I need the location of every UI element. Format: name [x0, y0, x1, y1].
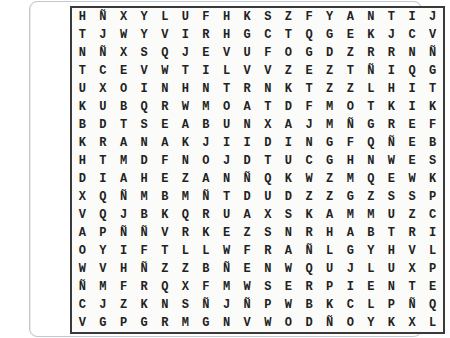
- cell-r4c3[interactable]: E: [113, 62, 134, 80]
- cell-r9c16[interactable]: W: [381, 152, 402, 170]
- cell-r3c7[interactable]: E: [196, 44, 217, 62]
- cell-r3c12[interactable]: G: [299, 44, 320, 62]
- cell-r15c2[interactable]: V: [93, 260, 114, 278]
- cell-r4c15[interactable]: Ñ: [361, 62, 382, 80]
- cell-r10c6[interactable]: Z: [175, 170, 196, 188]
- cell-r12c15[interactable]: M: [361, 206, 382, 224]
- cell-r10c4[interactable]: H: [134, 170, 155, 188]
- cell-r13c6[interactable]: R: [175, 224, 196, 242]
- cell-r3c14[interactable]: Z: [340, 44, 361, 62]
- cell-r7c15[interactable]: G: [361, 116, 382, 134]
- cell-r3c3[interactable]: X: [113, 44, 134, 62]
- cell-r7c13[interactable]: M: [319, 116, 340, 134]
- cell-r5c9[interactable]: R: [237, 80, 258, 98]
- cell-r18c12[interactable]: D: [299, 314, 320, 332]
- cell-r13c16[interactable]: T: [381, 224, 402, 242]
- cell-r13c18[interactable]: I: [422, 224, 443, 242]
- cell-r7c16[interactable]: R: [381, 116, 402, 134]
- cell-r17c11[interactable]: W: [278, 296, 299, 314]
- cell-r7c12[interactable]: J: [299, 116, 320, 134]
- cell-r13c3[interactable]: Ñ: [113, 224, 134, 242]
- cell-r2c6[interactable]: I: [175, 26, 196, 44]
- cell-r15c12[interactable]: Q: [299, 260, 320, 278]
- cell-r16c11[interactable]: E: [278, 278, 299, 296]
- cell-r13c8[interactable]: E: [216, 224, 237, 242]
- cell-r14c18[interactable]: L: [422, 242, 443, 260]
- cell-r16c6[interactable]: X: [175, 278, 196, 296]
- cell-r9c2[interactable]: T: [93, 152, 114, 170]
- cell-r7c7[interactable]: B: [196, 116, 217, 134]
- cell-r3c6[interactable]: J: [175, 44, 196, 62]
- cell-r15c16[interactable]: U: [381, 260, 402, 278]
- cell-r12c12[interactable]: K: [299, 206, 320, 224]
- cell-r8c8[interactable]: I: [216, 134, 237, 152]
- cell-r1c6[interactable]: U: [175, 8, 196, 26]
- cell-r17c15[interactable]: L: [361, 296, 382, 314]
- cell-r14c2[interactable]: Y: [93, 242, 114, 260]
- cell-r7c3[interactable]: T: [113, 116, 134, 134]
- cell-r3c17[interactable]: N: [402, 44, 423, 62]
- cell-r13c15[interactable]: B: [361, 224, 382, 242]
- cell-r13c17[interactable]: R: [402, 224, 423, 242]
- cell-r6c17[interactable]: I: [402, 98, 423, 116]
- cell-r7c17[interactable]: E: [402, 116, 423, 134]
- cell-r2c16[interactable]: J: [381, 26, 402, 44]
- cell-r9c3[interactable]: M: [113, 152, 134, 170]
- cell-r18c18[interactable]: L: [422, 314, 443, 332]
- cell-r3c11[interactable]: O: [278, 44, 299, 62]
- cell-r1c7[interactable]: F: [196, 8, 217, 26]
- cell-r4c16[interactable]: I: [381, 62, 402, 80]
- cell-r4c5[interactable]: W: [154, 62, 175, 80]
- cell-r17c3[interactable]: Z: [113, 296, 134, 314]
- cell-r8c16[interactable]: Ñ: [381, 134, 402, 152]
- cell-r18c7[interactable]: G: [196, 314, 217, 332]
- cell-r12c14[interactable]: M: [340, 206, 361, 224]
- cell-r15c11[interactable]: W: [278, 260, 299, 278]
- cell-r12c6[interactable]: Q: [175, 206, 196, 224]
- cell-r13c1[interactable]: A: [72, 224, 93, 242]
- cell-r10c8[interactable]: N: [216, 170, 237, 188]
- cell-r5c15[interactable]: L: [361, 80, 382, 98]
- cell-r5c13[interactable]: Z: [319, 80, 340, 98]
- cell-r17c6[interactable]: S: [175, 296, 196, 314]
- cell-r3c2[interactable]: Ñ: [93, 44, 114, 62]
- cell-r2c10[interactable]: C: [257, 26, 278, 44]
- cell-r8c10[interactable]: D: [257, 134, 278, 152]
- cell-r3c10[interactable]: F: [257, 44, 278, 62]
- cell-r1c1[interactable]: H: [72, 8, 93, 26]
- cell-r8c4[interactable]: N: [134, 134, 155, 152]
- cell-r5c12[interactable]: T: [299, 80, 320, 98]
- cell-r18c8[interactable]: N: [216, 314, 237, 332]
- cell-r6c10[interactable]: T: [257, 98, 278, 116]
- cell-r18c6[interactable]: M: [175, 314, 196, 332]
- cell-r17c8[interactable]: J: [216, 296, 237, 314]
- cell-r9c8[interactable]: J: [216, 152, 237, 170]
- cell-r5c4[interactable]: I: [134, 80, 155, 98]
- cell-r18c11[interactable]: O: [278, 314, 299, 332]
- cell-r3c1[interactable]: N: [72, 44, 93, 62]
- cell-r15c5[interactable]: Z: [154, 260, 175, 278]
- cell-r1c10[interactable]: S: [257, 8, 278, 26]
- cell-r6c15[interactable]: T: [361, 98, 382, 116]
- cell-r18c5[interactable]: R: [154, 314, 175, 332]
- cell-r5c17[interactable]: I: [402, 80, 423, 98]
- cell-r11c6[interactable]: M: [175, 188, 196, 206]
- cell-r14c14[interactable]: G: [340, 242, 361, 260]
- cell-r8c3[interactable]: A: [113, 134, 134, 152]
- cell-r18c10[interactable]: W: [257, 314, 278, 332]
- cell-r13c13[interactable]: H: [319, 224, 340, 242]
- cell-r4c13[interactable]: Z: [319, 62, 340, 80]
- cell-r4c18[interactable]: G: [422, 62, 443, 80]
- cell-r5c11[interactable]: K: [278, 80, 299, 98]
- cell-r2c9[interactable]: G: [237, 26, 258, 44]
- cell-r6c7[interactable]: M: [196, 98, 217, 116]
- cell-r18c13[interactable]: Ñ: [319, 314, 340, 332]
- cell-r5c5[interactable]: N: [154, 80, 175, 98]
- cell-r1c8[interactable]: H: [216, 8, 237, 26]
- cell-r9c9[interactable]: D: [237, 152, 258, 170]
- cell-r7c8[interactable]: U: [216, 116, 237, 134]
- cell-r14c8[interactable]: W: [216, 242, 237, 260]
- cell-r13c10[interactable]: S: [257, 224, 278, 242]
- cell-r15c3[interactable]: H: [113, 260, 134, 278]
- cell-r8c14[interactable]: F: [340, 134, 361, 152]
- cell-r1c18[interactable]: J: [422, 8, 443, 26]
- cell-r7c4[interactable]: S: [134, 116, 155, 134]
- cell-r12c16[interactable]: U: [381, 206, 402, 224]
- cell-r10c12[interactable]: W: [299, 170, 320, 188]
- cell-r17c2[interactable]: J: [93, 296, 114, 314]
- cell-r18c2[interactable]: G: [93, 314, 114, 332]
- cell-r2c2[interactable]: J: [93, 26, 114, 44]
- cell-r1c12[interactable]: F: [299, 8, 320, 26]
- cell-r1c15[interactable]: N: [361, 8, 382, 26]
- cell-r4c6[interactable]: T: [175, 62, 196, 80]
- cell-r6c9[interactable]: A: [237, 98, 258, 116]
- cell-r15c6[interactable]: Z: [175, 260, 196, 278]
- cell-r13c9[interactable]: Z: [237, 224, 258, 242]
- cell-r5c10[interactable]: N: [257, 80, 278, 98]
- cell-r12c18[interactable]: C: [422, 206, 443, 224]
- cell-r10c1[interactable]: D: [72, 170, 93, 188]
- cell-r12c13[interactable]: A: [319, 206, 340, 224]
- cell-r3c4[interactable]: S: [134, 44, 155, 62]
- cell-r9c4[interactable]: D: [134, 152, 155, 170]
- cell-r18c17[interactable]: X: [402, 314, 423, 332]
- cell-r13c2[interactable]: P: [93, 224, 114, 242]
- cell-r4c7[interactable]: I: [196, 62, 217, 80]
- cell-r14c3[interactable]: I: [113, 242, 134, 260]
- cell-r10c13[interactable]: Z: [319, 170, 340, 188]
- cell-r2c4[interactable]: Y: [134, 26, 155, 44]
- cell-r9c11[interactable]: U: [278, 152, 299, 170]
- cell-r10c10[interactable]: Q: [257, 170, 278, 188]
- cell-r18c14[interactable]: O: [340, 314, 361, 332]
- cell-r9c14[interactable]: H: [340, 152, 361, 170]
- cell-r8c12[interactable]: N: [299, 134, 320, 152]
- cell-r17c1[interactable]: C: [72, 296, 93, 314]
- cell-r18c3[interactable]: P: [113, 314, 134, 332]
- cell-r4c9[interactable]: V: [237, 62, 258, 80]
- cell-r6c3[interactable]: B: [113, 98, 134, 116]
- cell-r7c1[interactable]: B: [72, 116, 93, 134]
- cell-r1c16[interactable]: T: [381, 8, 402, 26]
- cell-r10c11[interactable]: K: [278, 170, 299, 188]
- cell-r8c9[interactable]: I: [237, 134, 258, 152]
- cell-r6c18[interactable]: K: [422, 98, 443, 116]
- cell-r15c4[interactable]: Ñ: [134, 260, 155, 278]
- cell-r10c18[interactable]: K: [422, 170, 443, 188]
- cell-r2c13[interactable]: G: [319, 26, 340, 44]
- cell-r12c3[interactable]: J: [113, 206, 134, 224]
- cell-r16c10[interactable]: S: [257, 278, 278, 296]
- cell-r4c2[interactable]: C: [93, 62, 114, 80]
- cell-r6c14[interactable]: O: [340, 98, 361, 116]
- cell-r18c16[interactable]: K: [381, 314, 402, 332]
- cell-r2c14[interactable]: E: [340, 26, 361, 44]
- cell-r10c2[interactable]: I: [93, 170, 114, 188]
- cell-r1c4[interactable]: Y: [134, 8, 155, 26]
- cell-r5c18[interactable]: T: [422, 80, 443, 98]
- cell-r9c7[interactable]: O: [196, 152, 217, 170]
- cell-r16c8[interactable]: M: [216, 278, 237, 296]
- cell-r7c6[interactable]: A: [175, 116, 196, 134]
- cell-r15c8[interactable]: Ñ: [216, 260, 237, 278]
- cell-r16c14[interactable]: I: [340, 278, 361, 296]
- cell-r14c11[interactable]: A: [278, 242, 299, 260]
- cell-r15c14[interactable]: J: [340, 260, 361, 278]
- cell-r4c11[interactable]: Z: [278, 62, 299, 80]
- cell-r2c12[interactable]: Q: [299, 26, 320, 44]
- cell-r1c9[interactable]: K: [237, 8, 258, 26]
- cell-r17c13[interactable]: K: [319, 296, 340, 314]
- cell-r18c9[interactable]: V: [237, 314, 258, 332]
- cell-r11c5[interactable]: B: [154, 188, 175, 206]
- cell-r16c15[interactable]: E: [361, 278, 382, 296]
- cell-r14c16[interactable]: H: [381, 242, 402, 260]
- cell-r11c16[interactable]: S: [381, 188, 402, 206]
- cell-r14c9[interactable]: F: [237, 242, 258, 260]
- cell-r6c16[interactable]: K: [381, 98, 402, 116]
- cell-r14c13[interactable]: L: [319, 242, 340, 260]
- cell-r2c8[interactable]: H: [216, 26, 237, 44]
- cell-r9c5[interactable]: F: [154, 152, 175, 170]
- cell-r2c17[interactable]: C: [402, 26, 423, 44]
- cell-r14c6[interactable]: L: [175, 242, 196, 260]
- cell-r10c17[interactable]: W: [402, 170, 423, 188]
- cell-r18c4[interactable]: G: [134, 314, 155, 332]
- cell-r12c4[interactable]: B: [134, 206, 155, 224]
- cell-r1c11[interactable]: Z: [278, 8, 299, 26]
- cell-r15c10[interactable]: N: [257, 260, 278, 278]
- cell-r3c9[interactable]: U: [237, 44, 258, 62]
- cell-r15c18[interactable]: P: [422, 260, 443, 278]
- cell-r1c17[interactable]: I: [402, 8, 423, 26]
- cell-r6c4[interactable]: Q: [134, 98, 155, 116]
- cell-r10c14[interactable]: M: [340, 170, 361, 188]
- cell-r13c4[interactable]: Ñ: [134, 224, 155, 242]
- cell-r13c5[interactable]: V: [154, 224, 175, 242]
- cell-r7c10[interactable]: X: [257, 116, 278, 134]
- cell-r14c12[interactable]: Ñ: [299, 242, 320, 260]
- cell-r17c14[interactable]: C: [340, 296, 361, 314]
- cell-r6c8[interactable]: O: [216, 98, 237, 116]
- cell-r6c1[interactable]: K: [72, 98, 93, 116]
- cell-r15c15[interactable]: L: [361, 260, 382, 278]
- cell-r9c6[interactable]: N: [175, 152, 196, 170]
- cell-r1c5[interactable]: L: [154, 8, 175, 26]
- cell-r13c7[interactable]: K: [196, 224, 217, 242]
- cell-r9c17[interactable]: E: [402, 152, 423, 170]
- cell-r15c9[interactable]: E: [237, 260, 258, 278]
- cell-r11c18[interactable]: P: [422, 188, 443, 206]
- cell-r17c5[interactable]: N: [154, 296, 175, 314]
- cell-r8c5[interactable]: A: [154, 134, 175, 152]
- cell-r15c7[interactable]: B: [196, 260, 217, 278]
- cell-r1c14[interactable]: A: [340, 8, 361, 26]
- cell-r9c13[interactable]: G: [319, 152, 340, 170]
- cell-r11c1[interactable]: X: [72, 188, 93, 206]
- cell-r12c2[interactable]: Q: [93, 206, 114, 224]
- cell-r12c1[interactable]: V: [72, 206, 93, 224]
- cell-r4c14[interactable]: T: [340, 62, 361, 80]
- cell-r5c6[interactable]: H: [175, 80, 196, 98]
- cell-r14c4[interactable]: F: [134, 242, 155, 260]
- cell-r15c1[interactable]: W: [72, 260, 93, 278]
- cell-r1c3[interactable]: X: [113, 8, 134, 26]
- cell-r2c1[interactable]: T: [72, 26, 93, 44]
- cell-r10c3[interactable]: A: [113, 170, 134, 188]
- cell-r16c4[interactable]: R: [134, 278, 155, 296]
- cell-r9c10[interactable]: T: [257, 152, 278, 170]
- cell-r16c18[interactable]: E: [422, 278, 443, 296]
- cell-r17c12[interactable]: B: [299, 296, 320, 314]
- cell-r17c17[interactable]: Ñ: [402, 296, 423, 314]
- cell-r12c5[interactable]: K: [154, 206, 175, 224]
- cell-r2c5[interactable]: V: [154, 26, 175, 44]
- cell-r1c13[interactable]: Y: [319, 8, 340, 26]
- cell-r12c9[interactable]: A: [237, 206, 258, 224]
- cell-r16c16[interactable]: N: [381, 278, 402, 296]
- cell-r4c17[interactable]: Q: [402, 62, 423, 80]
- cell-r10c15[interactable]: Q: [361, 170, 382, 188]
- cell-r8c6[interactable]: K: [175, 134, 196, 152]
- cell-r8c15[interactable]: Q: [361, 134, 382, 152]
- cell-r4c1[interactable]: T: [72, 62, 93, 80]
- cell-r16c9[interactable]: W: [237, 278, 258, 296]
- cell-r2c3[interactable]: W: [113, 26, 134, 44]
- cell-r16c7[interactable]: F: [196, 278, 217, 296]
- cell-r16c12[interactable]: R: [299, 278, 320, 296]
- cell-r14c10[interactable]: R: [257, 242, 278, 260]
- cell-r11c12[interactable]: Z: [299, 188, 320, 206]
- cell-r13c11[interactable]: N: [278, 224, 299, 242]
- cell-r12c10[interactable]: X: [257, 206, 278, 224]
- cell-r16c1[interactable]: Ñ: [72, 278, 93, 296]
- cell-r7c9[interactable]: N: [237, 116, 258, 134]
- cell-r6c6[interactable]: W: [175, 98, 196, 116]
- cell-r18c1[interactable]: V: [72, 314, 93, 332]
- cell-r10c9[interactable]: Ñ: [237, 170, 258, 188]
- cell-r11c14[interactable]: G: [340, 188, 361, 206]
- cell-r11c10[interactable]: U: [257, 188, 278, 206]
- cell-r3c8[interactable]: V: [216, 44, 237, 62]
- cell-r12c17[interactable]: Z: [402, 206, 423, 224]
- cell-r16c17[interactable]: T: [402, 278, 423, 296]
- cell-r7c14[interactable]: Ñ: [340, 116, 361, 134]
- cell-r11c11[interactable]: D: [278, 188, 299, 206]
- cell-r11c9[interactable]: D: [237, 188, 258, 206]
- cell-r8c11[interactable]: I: [278, 134, 299, 152]
- cell-r5c3[interactable]: O: [113, 80, 134, 98]
- cell-r11c15[interactable]: Z: [361, 188, 382, 206]
- cell-r14c1[interactable]: O: [72, 242, 93, 260]
- cell-r5c1[interactable]: U: [72, 80, 93, 98]
- cell-r11c8[interactable]: T: [216, 188, 237, 206]
- cell-r3c15[interactable]: R: [361, 44, 382, 62]
- cell-r8c17[interactable]: E: [402, 134, 423, 152]
- cell-r10c5[interactable]: E: [154, 170, 175, 188]
- cell-r16c5[interactable]: Q: [154, 278, 175, 296]
- cell-r16c3[interactable]: F: [113, 278, 134, 296]
- cell-r10c7[interactable]: A: [196, 170, 217, 188]
- cell-r2c11[interactable]: T: [278, 26, 299, 44]
- cell-r5c14[interactable]: Z: [340, 80, 361, 98]
- cell-r2c15[interactable]: K: [361, 26, 382, 44]
- cell-r10c16[interactable]: E: [381, 170, 402, 188]
- cell-r9c18[interactable]: S: [422, 152, 443, 170]
- cell-r5c8[interactable]: T: [216, 80, 237, 98]
- cell-r9c15[interactable]: N: [361, 152, 382, 170]
- cell-r4c12[interactable]: E: [299, 62, 320, 80]
- cell-r14c7[interactable]: L: [196, 242, 217, 260]
- cell-r13c14[interactable]: A: [340, 224, 361, 242]
- cell-r1c2[interactable]: Ñ: [93, 8, 114, 26]
- cell-r6c12[interactable]: F: [299, 98, 320, 116]
- cell-r6c5[interactable]: R: [154, 98, 175, 116]
- cell-r3c18[interactable]: Ñ: [422, 44, 443, 62]
- cell-r8c13[interactable]: G: [319, 134, 340, 152]
- cell-r5c16[interactable]: H: [381, 80, 402, 98]
- cell-r12c11[interactable]: S: [278, 206, 299, 224]
- cell-r3c16[interactable]: R: [381, 44, 402, 62]
- cell-r14c17[interactable]: V: [402, 242, 423, 260]
- cell-r4c4[interactable]: V: [134, 62, 155, 80]
- cell-r9c12[interactable]: C: [299, 152, 320, 170]
- cell-r5c2[interactable]: X: [93, 80, 114, 98]
- cell-r17c7[interactable]: Ñ: [196, 296, 217, 314]
- cell-r7c5[interactable]: E: [154, 116, 175, 134]
- cell-r7c11[interactable]: A: [278, 116, 299, 134]
- cell-r11c17[interactable]: S: [402, 188, 423, 206]
- cell-r16c2[interactable]: M: [93, 278, 114, 296]
- cell-r11c13[interactable]: Z: [319, 188, 340, 206]
- cell-r17c16[interactable]: P: [381, 296, 402, 314]
- cell-r4c10[interactable]: V: [257, 62, 278, 80]
- cell-r7c18[interactable]: F: [422, 116, 443, 134]
- cell-r8c2[interactable]: R: [93, 134, 114, 152]
- cell-r3c13[interactable]: D: [319, 44, 340, 62]
- cell-r15c17[interactable]: X: [402, 260, 423, 278]
- cell-r14c5[interactable]: T: [154, 242, 175, 260]
- cell-r8c7[interactable]: J: [196, 134, 217, 152]
- cell-r17c9[interactable]: Ñ: [237, 296, 258, 314]
- cell-r14c15[interactable]: Y: [361, 242, 382, 260]
- cell-r11c7[interactable]: Ñ: [196, 188, 217, 206]
